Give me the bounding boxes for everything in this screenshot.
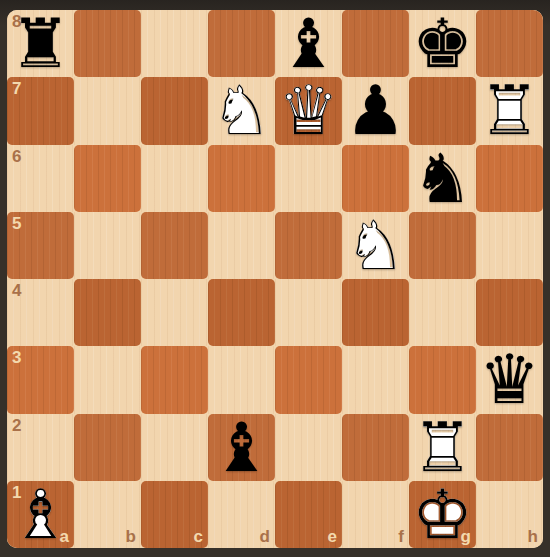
black-knight-glyph: ♞: [412, 145, 473, 213]
square-d4[interactable]: [208, 279, 275, 346]
square-c4[interactable]: [141, 279, 208, 346]
square-e1[interactable]: e: [275, 481, 342, 548]
square-h3[interactable]: ♛: [476, 346, 543, 413]
square-h5[interactable]: [476, 212, 543, 279]
black-rook-a8[interactable]: ♜: [7, 10, 74, 77]
square-e4[interactable]: [275, 279, 342, 346]
white-king-outline: ♔: [412, 481, 473, 548]
black-bishop-e8[interactable]: ♝: [275, 10, 342, 77]
white-knight-d7[interactable]: ♞♘: [208, 77, 275, 144]
black-rook-glyph: ♜: [10, 10, 71, 78]
square-b3[interactable]: [74, 346, 141, 413]
rank-label-4: 4: [12, 282, 21, 299]
white-queen-outline: ♕: [278, 77, 339, 145]
black-bishop-glyph: ♝: [211, 414, 272, 482]
rank-label-6: 6: [12, 148, 21, 165]
white-king-g1[interactable]: ♚♔: [409, 481, 476, 548]
square-e7[interactable]: ♛♕: [275, 77, 342, 144]
black-bishop-glyph: ♝: [278, 10, 339, 78]
square-f2[interactable]: [342, 414, 409, 481]
white-knight-outline: ♘: [211, 77, 272, 145]
black-queen-h3[interactable]: ♛: [476, 346, 543, 413]
white-bishop-glyph: ♝: [10, 481, 71, 548]
square-d3[interactable]: [208, 346, 275, 413]
square-d2[interactable]: ♝: [208, 414, 275, 481]
square-h7[interactable]: ♜♖: [476, 77, 543, 144]
square-f6[interactable]: [342, 145, 409, 212]
square-f3[interactable]: [342, 346, 409, 413]
file-label-d: d: [260, 528, 270, 545]
white-bishop-outline: ♗: [10, 481, 71, 548]
file-label-b: b: [126, 528, 136, 545]
black-bishop-d2[interactable]: ♝: [208, 414, 275, 481]
square-b4[interactable]: [74, 279, 141, 346]
square-a7[interactable]: 7: [7, 77, 74, 144]
white-rook-glyph: ♜: [412, 414, 473, 482]
square-b8[interactable]: [74, 10, 141, 77]
rank-label-7: 7: [12, 80, 21, 97]
square-g8[interactable]: ♚: [409, 10, 476, 77]
square-f5[interactable]: ♞♘: [342, 212, 409, 279]
file-label-h: h: [528, 528, 538, 545]
square-c1[interactable]: c: [141, 481, 208, 548]
white-knight-outline: ♘: [345, 212, 406, 280]
square-d5[interactable]: [208, 212, 275, 279]
square-g2[interactable]: ♜♖: [409, 414, 476, 481]
square-h4[interactable]: [476, 279, 543, 346]
square-d6[interactable]: [208, 145, 275, 212]
white-knight-glyph: ♞: [211, 77, 272, 145]
black-king-glyph: ♚: [412, 10, 473, 78]
square-f4[interactable]: [342, 279, 409, 346]
white-rook-outline: ♖: [479, 77, 540, 145]
square-a5[interactable]: 5: [7, 212, 74, 279]
square-e8[interactable]: ♝: [275, 10, 342, 77]
square-c7[interactable]: [141, 77, 208, 144]
square-g6[interactable]: ♞: [409, 145, 476, 212]
square-a8[interactable]: 8♜: [7, 10, 74, 77]
square-h1[interactable]: h: [476, 481, 543, 548]
square-a2[interactable]: 2: [7, 414, 74, 481]
chess-board: 8♜♝♚7♞♘♛♕♟♜♖6♞5♞♘43♛2♝♜♖1a♝♗bcdefg♚♔h: [7, 10, 543, 548]
white-rook-outline: ♖: [412, 414, 473, 482]
board-frame: 8♜♝♚7♞♘♛♕♟♜♖6♞5♞♘43♛2♝♜♖1a♝♗bcdefg♚♔h: [0, 0, 550, 557]
square-g7[interactable]: [409, 77, 476, 144]
square-b2[interactable]: [74, 414, 141, 481]
white-queen-e7[interactable]: ♛♕: [275, 77, 342, 144]
black-king-g8[interactable]: ♚: [409, 10, 476, 77]
square-f7[interactable]: ♟: [342, 77, 409, 144]
square-a1[interactable]: 1a♝♗: [7, 481, 74, 548]
square-c8[interactable]: [141, 10, 208, 77]
square-a6[interactable]: 6: [7, 145, 74, 212]
square-d1[interactable]: d: [208, 481, 275, 548]
square-c3[interactable]: [141, 346, 208, 413]
black-pawn-glyph: ♟: [345, 77, 406, 145]
square-g4[interactable]: [409, 279, 476, 346]
square-c5[interactable]: [141, 212, 208, 279]
square-e3[interactable]: [275, 346, 342, 413]
white-queen-glyph: ♛: [278, 77, 339, 145]
square-h2[interactable]: [476, 414, 543, 481]
square-b7[interactable]: [74, 77, 141, 144]
square-f8[interactable]: [342, 10, 409, 77]
square-h6[interactable]: [476, 145, 543, 212]
square-b5[interactable]: [74, 212, 141, 279]
square-g5[interactable]: [409, 212, 476, 279]
square-e6[interactable]: [275, 145, 342, 212]
square-f1[interactable]: f: [342, 481, 409, 548]
square-d8[interactable]: [208, 10, 275, 77]
square-a4[interactable]: 4: [7, 279, 74, 346]
square-g3[interactable]: [409, 346, 476, 413]
black-pawn-f7[interactable]: ♟: [342, 77, 409, 144]
square-e5[interactable]: [275, 212, 342, 279]
square-b1[interactable]: b: [74, 481, 141, 548]
white-knight-glyph: ♞: [345, 212, 406, 280]
black-queen-glyph: ♛: [479, 346, 540, 414]
rank-label-5: 5: [12, 215, 21, 232]
square-g1[interactable]: g♚♔: [409, 481, 476, 548]
square-d7[interactable]: ♞♘: [208, 77, 275, 144]
square-h8[interactable]: [476, 10, 543, 77]
square-c2[interactable]: [141, 414, 208, 481]
white-king-glyph: ♚: [412, 481, 473, 548]
white-rook-glyph: ♜: [479, 77, 540, 145]
file-label-e: e: [328, 528, 337, 545]
square-c6[interactable]: [141, 145, 208, 212]
black-knight-g6[interactable]: ♞: [409, 145, 476, 212]
rank-label-2: 2: [12, 417, 21, 434]
white-rook-h7[interactable]: ♜♖: [476, 77, 543, 144]
square-a3[interactable]: 3: [7, 346, 74, 413]
white-knight-f5[interactable]: ♞♘: [342, 212, 409, 279]
file-label-f: f: [398, 528, 404, 545]
file-label-c: c: [194, 528, 203, 545]
white-bishop-a1[interactable]: ♝♗: [7, 481, 74, 548]
rank-label-3: 3: [12, 349, 21, 366]
white-rook-g2[interactable]: ♜♖: [409, 414, 476, 481]
square-e2[interactable]: [275, 414, 342, 481]
square-b6[interactable]: [74, 145, 141, 212]
